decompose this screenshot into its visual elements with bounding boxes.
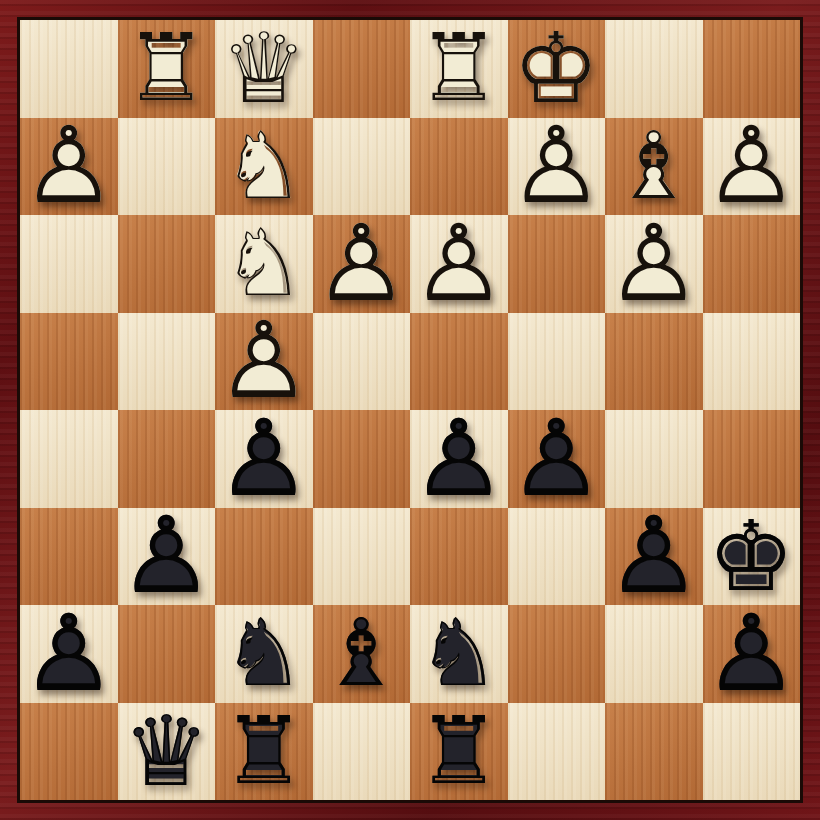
square-g1[interactable]: ♜♖: [118, 20, 216, 118]
square-d4[interactable]: [410, 313, 508, 411]
square-h7[interactable]: ♟♙: [20, 605, 118, 703]
square-e1[interactable]: [313, 20, 411, 118]
square-g2[interactable]: [118, 118, 216, 216]
white-knight-icon: ♞♘: [215, 118, 313, 216]
piece-outline-glyph: ♙: [410, 410, 508, 508]
square-c2[interactable]: ♟♙: [508, 118, 606, 216]
piece-outline-glyph: ♙: [508, 118, 606, 216]
piece-outline-glyph: ♔: [508, 20, 606, 118]
square-c8[interactable]: [508, 703, 606, 801]
square-b3[interactable]: ♟♙: [605, 215, 703, 313]
piece-outline-glyph: ♖: [215, 703, 313, 801]
square-f8[interactable]: ♜♖: [215, 703, 313, 801]
piece-outline-glyph: ♙: [605, 215, 703, 313]
square-d2[interactable]: [410, 118, 508, 216]
square-b1[interactable]: [605, 20, 703, 118]
black-queen-icon: ♛♕: [118, 703, 216, 801]
square-f4[interactable]: ♟♙: [215, 313, 313, 411]
white-king-icon: ♚♔: [508, 20, 606, 118]
square-a6[interactable]: ♚♔: [703, 508, 801, 606]
white-knight-icon: ♞♘: [215, 215, 313, 313]
square-h6[interactable]: [20, 508, 118, 606]
square-h5[interactable]: [20, 410, 118, 508]
square-c1[interactable]: ♚♔: [508, 20, 606, 118]
square-a4[interactable]: [703, 313, 801, 411]
piece-outline-glyph: ♙: [215, 410, 313, 508]
black-pawn-icon: ♟♙: [118, 508, 216, 606]
square-f2[interactable]: ♞♘: [215, 118, 313, 216]
square-d1[interactable]: ♜♖: [410, 20, 508, 118]
square-g5[interactable]: [118, 410, 216, 508]
white-pawn-icon: ♟♙: [605, 215, 703, 313]
piece-outline-glyph: ♙: [703, 605, 801, 703]
square-h1[interactable]: [20, 20, 118, 118]
square-a8[interactable]: [703, 703, 801, 801]
black-king-icon: ♚♔: [703, 508, 801, 606]
piece-outline-glyph: ♘: [410, 605, 508, 703]
square-c6[interactable]: [508, 508, 606, 606]
white-pawn-icon: ♟♙: [410, 215, 508, 313]
square-e4[interactable]: [313, 313, 411, 411]
piece-outline-glyph: ♖: [118, 20, 216, 118]
black-knight-icon: ♞♘: [215, 605, 313, 703]
piece-outline-glyph: ♕: [118, 703, 216, 801]
white-pawn-icon: ♟♙: [703, 118, 801, 216]
square-d5[interactable]: ♟♙: [410, 410, 508, 508]
piece-outline-glyph: ♙: [605, 508, 703, 606]
piece-outline-glyph: ♖: [410, 703, 508, 801]
black-rook-icon: ♜♖: [410, 703, 508, 801]
white-queen-icon: ♛♕: [215, 20, 313, 118]
square-g3[interactable]: [118, 215, 216, 313]
black-pawn-icon: ♟♙: [605, 508, 703, 606]
piece-outline-glyph: ♖: [410, 20, 508, 118]
square-f3[interactable]: ♞♘: [215, 215, 313, 313]
square-g6[interactable]: ♟♙: [118, 508, 216, 606]
white-pawn-icon: ♟♙: [508, 118, 606, 216]
white-pawn-icon: ♟♙: [20, 118, 118, 216]
white-pawn-icon: ♟♙: [313, 215, 411, 313]
square-f6[interactable]: [215, 508, 313, 606]
square-h4[interactable]: [20, 313, 118, 411]
black-knight-icon: ♞♘: [410, 605, 508, 703]
square-g8[interactable]: ♛♕: [118, 703, 216, 801]
square-b5[interactable]: [605, 410, 703, 508]
square-h2[interactable]: ♟♙: [20, 118, 118, 216]
square-e6[interactable]: [313, 508, 411, 606]
square-a2[interactable]: ♟♙: [703, 118, 801, 216]
square-a5[interactable]: [703, 410, 801, 508]
square-c7[interactable]: [508, 605, 606, 703]
piece-outline-glyph: ♙: [20, 118, 118, 216]
black-pawn-icon: ♟♙: [703, 605, 801, 703]
square-g7[interactable]: [118, 605, 216, 703]
square-a7[interactable]: ♟♙: [703, 605, 801, 703]
square-e3[interactable]: ♟♙: [313, 215, 411, 313]
black-pawn-icon: ♟♙: [508, 410, 606, 508]
white-bishop-icon: ♝♗: [605, 118, 703, 216]
piece-outline-glyph: ♙: [118, 508, 216, 606]
square-b6[interactable]: ♟♙: [605, 508, 703, 606]
square-e8[interactable]: [313, 703, 411, 801]
square-c3[interactable]: [508, 215, 606, 313]
white-pawn-icon: ♟♙: [215, 313, 313, 411]
square-d6[interactable]: [410, 508, 508, 606]
piece-outline-glyph: ♔: [703, 508, 801, 606]
black-pawn-icon: ♟♙: [20, 605, 118, 703]
piece-outline-glyph: ♗: [605, 118, 703, 216]
square-e5[interactable]: [313, 410, 411, 508]
square-h8[interactable]: [20, 703, 118, 801]
piece-outline-glyph: ♙: [410, 215, 508, 313]
piece-outline-glyph: ♙: [215, 313, 313, 411]
chess-board: ♜♖♛♕♜♖♚♔♟♙♞♘♟♙♝♗♟♙♞♘♟♙♟♙♟♙♟♙♟♙♟♙♟♙♟♙♟♙♚♔…: [17, 17, 803, 803]
black-pawn-icon: ♟♙: [410, 410, 508, 508]
square-e2[interactable]: [313, 118, 411, 216]
piece-outline-glyph: ♘: [215, 215, 313, 313]
piece-outline-glyph: ♙: [703, 118, 801, 216]
white-rook-icon: ♜♖: [118, 20, 216, 118]
square-f1[interactable]: ♛♕: [215, 20, 313, 118]
square-b2[interactable]: ♝♗: [605, 118, 703, 216]
square-a1[interactable]: [703, 20, 801, 118]
square-h3[interactable]: [20, 215, 118, 313]
board-frame: ♜♖♛♕♜♖♚♔♟♙♞♘♟♙♝♗♟♙♞♘♟♙♟♙♟♙♟♙♟♙♟♙♟♙♟♙♟♙♚♔…: [0, 0, 820, 820]
square-d7[interactable]: ♞♘: [410, 605, 508, 703]
black-rook-icon: ♜♖: [215, 703, 313, 801]
square-c5[interactable]: ♟♙: [508, 410, 606, 508]
square-g4[interactable]: [118, 313, 216, 411]
square-b8[interactable]: [605, 703, 703, 801]
piece-outline-glyph: ♙: [313, 215, 411, 313]
piece-outline-glyph: ♙: [508, 410, 606, 508]
square-b4[interactable]: [605, 313, 703, 411]
square-d3[interactable]: ♟♙: [410, 215, 508, 313]
square-c4[interactable]: [508, 313, 606, 411]
square-a3[interactable]: [703, 215, 801, 313]
square-f7[interactable]: ♞♘: [215, 605, 313, 703]
white-rook-icon: ♜♖: [410, 20, 508, 118]
piece-outline-glyph: ♙: [20, 605, 118, 703]
black-pawn-icon: ♟♙: [215, 410, 313, 508]
black-bishop-icon: ♝♗: [313, 605, 411, 703]
piece-outline-glyph: ♕: [215, 20, 313, 118]
square-d8[interactable]: ♜♖: [410, 703, 508, 801]
square-f5[interactable]: ♟♙: [215, 410, 313, 508]
piece-outline-glyph: ♗: [313, 605, 411, 703]
square-b7[interactable]: [605, 605, 703, 703]
piece-outline-glyph: ♘: [215, 605, 313, 703]
square-e7[interactable]: ♝♗: [313, 605, 411, 703]
piece-outline-glyph: ♘: [215, 118, 313, 216]
